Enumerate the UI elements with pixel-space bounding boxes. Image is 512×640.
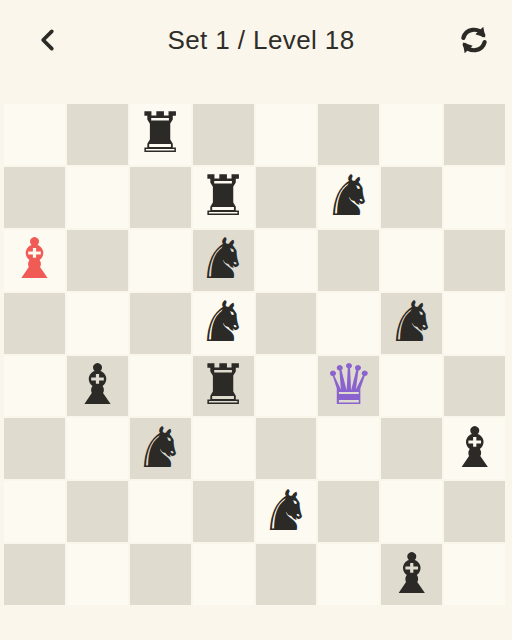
square-g6[interactable] [381,230,442,291]
square-e1[interactable] [256,544,317,605]
chess-board: ♜♜♞♝♞♞♞♝♜♛♞♝♞♝ [4,104,505,605]
square-h5[interactable] [444,293,505,354]
square-g3[interactable] [381,418,442,479]
square-b7[interactable] [67,167,128,228]
square-b4[interactable]: ♝ [67,356,128,417]
black-knight-icon[interactable]: ♞ [135,420,185,476]
black-bishop-icon[interactable]: ♝ [387,546,437,602]
square-e6[interactable] [256,230,317,291]
square-a8[interactable] [4,104,65,165]
chevron-left-icon [35,25,61,55]
square-f8[interactable] [318,104,379,165]
square-e4[interactable] [256,356,317,417]
square-c6[interactable] [130,230,191,291]
square-a5[interactable] [4,293,65,354]
square-f7[interactable]: ♞ [318,167,379,228]
black-knight-icon[interactable]: ♞ [261,483,311,539]
square-d4[interactable]: ♜ [193,356,254,417]
square-f6[interactable] [318,230,379,291]
square-a3[interactable] [4,418,65,479]
square-h7[interactable] [444,167,505,228]
header: Set 1 / Level 18 [0,0,512,80]
square-e2[interactable]: ♞ [256,481,317,542]
square-f5[interactable] [318,293,379,354]
square-d1[interactable] [193,544,254,605]
square-a1[interactable] [4,544,65,605]
square-e3[interactable] [256,418,317,479]
square-b2[interactable] [67,481,128,542]
black-rook-icon[interactable]: ♜ [135,105,185,161]
square-g1[interactable]: ♝ [381,544,442,605]
black-knight-icon[interactable]: ♞ [324,168,374,224]
black-knight-icon[interactable]: ♞ [198,231,248,287]
square-e5[interactable] [256,293,317,354]
square-d7[interactable]: ♜ [193,167,254,228]
square-f2[interactable] [318,481,379,542]
square-h8[interactable] [444,104,505,165]
square-d5[interactable]: ♞ [193,293,254,354]
square-c8[interactable]: ♜ [130,104,191,165]
square-f3[interactable] [318,418,379,479]
square-c3[interactable]: ♞ [130,418,191,479]
square-f1[interactable] [318,544,379,605]
page-title: Set 1 / Level 18 [70,25,452,56]
black-knight-icon[interactable]: ♞ [387,294,437,350]
square-c4[interactable] [130,356,191,417]
square-h2[interactable] [444,481,505,542]
square-g8[interactable] [381,104,442,165]
square-b5[interactable] [67,293,128,354]
square-c7[interactable] [130,167,191,228]
square-h3[interactable]: ♝ [444,418,505,479]
square-d3[interactable] [193,418,254,479]
square-c5[interactable] [130,293,191,354]
square-e7[interactable] [256,167,317,228]
black-bishop-icon[interactable]: ♝ [449,420,499,476]
restart-button[interactable] [452,18,496,62]
black-bishop-icon[interactable]: ♝ [72,357,122,413]
square-a6[interactable]: ♝ [4,230,65,291]
square-b3[interactable] [67,418,128,479]
square-b8[interactable] [67,104,128,165]
square-c1[interactable] [130,544,191,605]
square-e8[interactable] [256,104,317,165]
square-f4[interactable]: ♛ [318,356,379,417]
black-knight-icon[interactable]: ♞ [198,294,248,350]
square-d8[interactable] [193,104,254,165]
refresh-icon [456,22,492,58]
red-bishop-icon[interactable]: ♝ [9,231,59,287]
square-b6[interactable] [67,230,128,291]
back-button[interactable] [26,18,70,62]
square-a2[interactable] [4,481,65,542]
square-h6[interactable] [444,230,505,291]
square-b1[interactable] [67,544,128,605]
black-rook-icon[interactable]: ♜ [198,357,248,413]
square-g5[interactable]: ♞ [381,293,442,354]
square-a4[interactable] [4,356,65,417]
chess-puzzle-app: Set 1 / Level 18 ♜♜♞♝♞♞♞♝♜♛♞♝♞♝ [0,0,512,640]
square-c2[interactable] [130,481,191,542]
purple-queen-icon[interactable]: ♛ [324,357,374,413]
square-g4[interactable] [381,356,442,417]
square-g7[interactable] [381,167,442,228]
square-g2[interactable] [381,481,442,542]
square-d2[interactable] [193,481,254,542]
square-d6[interactable]: ♞ [193,230,254,291]
square-a7[interactable] [4,167,65,228]
black-rook-icon[interactable]: ♜ [198,168,248,224]
square-h1[interactable] [444,544,505,605]
square-h4[interactable] [444,356,505,417]
